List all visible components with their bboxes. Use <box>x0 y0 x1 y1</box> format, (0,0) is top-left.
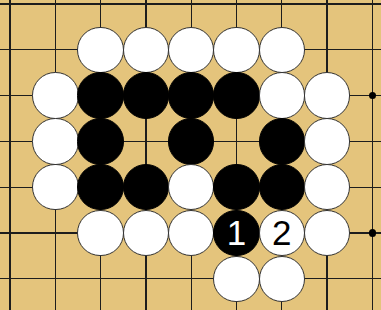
black-stone <box>77 164 124 211</box>
white-stone <box>123 210 170 257</box>
board-intersection <box>350 27 381 73</box>
board-intersection <box>259 0 304 27</box>
white-stone <box>213 256 260 303</box>
white-stone <box>123 27 170 74</box>
white-stone <box>168 164 215 211</box>
board-intersection <box>169 119 214 165</box>
board-intersection <box>350 73 381 119</box>
white-stone <box>259 27 306 74</box>
board-intersection <box>214 119 259 165</box>
board-intersection <box>259 27 304 73</box>
white-stone <box>32 118 79 165</box>
board-intersection <box>350 164 381 210</box>
white-stone <box>304 72 351 119</box>
board-intersection <box>123 27 168 73</box>
board-intersection <box>123 119 168 165</box>
board-intersection <box>304 164 349 210</box>
move-number-label: 2 <box>272 215 291 250</box>
board-intersection <box>0 119 33 165</box>
black-stone <box>168 72 215 119</box>
board-intersection <box>214 256 259 302</box>
move-number-label: 1 <box>227 215 246 250</box>
board-intersection <box>78 164 123 210</box>
board-intersection <box>214 0 259 27</box>
board-intersection <box>78 73 123 119</box>
board-intersection <box>123 73 168 119</box>
board-intersection <box>259 164 304 210</box>
board-intersection <box>259 73 304 119</box>
black-stone <box>213 72 260 119</box>
board-intersection <box>78 119 123 165</box>
board-intersection <box>169 27 214 73</box>
board-intersection <box>123 210 168 256</box>
board-intersection <box>304 210 349 256</box>
board-intersection <box>169 256 214 302</box>
white-stone <box>77 210 124 257</box>
white-stone <box>213 27 260 74</box>
board-intersection <box>123 0 168 27</box>
black-stone <box>123 164 170 211</box>
board-intersection <box>259 256 304 302</box>
board-intersection <box>78 210 123 256</box>
white-stone: 2 <box>259 210 306 257</box>
board-intersection <box>0 0 33 27</box>
black-stone <box>123 72 170 119</box>
board-intersection <box>33 210 78 256</box>
white-stone <box>259 72 306 119</box>
black-stone <box>213 164 260 211</box>
board-intersection <box>304 0 349 27</box>
board-intersection: 2 <box>259 210 304 256</box>
black-stone <box>259 118 306 165</box>
board-intersection <box>214 164 259 210</box>
black-stone <box>77 118 124 165</box>
board-intersection <box>169 164 214 210</box>
board-intersection <box>33 256 78 302</box>
go-board-diagram: 12 <box>0 0 381 310</box>
white-stone <box>32 164 79 211</box>
board-intersection <box>0 256 33 302</box>
board-intersection <box>169 210 214 256</box>
board-intersection <box>350 210 381 256</box>
board-intersection <box>350 256 381 302</box>
board-intersection <box>33 164 78 210</box>
black-stone: 1 <box>213 210 260 257</box>
board-intersection <box>123 256 168 302</box>
go-board: 12 <box>0 0 381 302</box>
board-intersection <box>78 27 123 73</box>
board-intersection <box>33 27 78 73</box>
board-intersection <box>304 27 349 73</box>
board-intersection <box>0 164 33 210</box>
white-stone <box>77 27 124 74</box>
board-intersection <box>78 256 123 302</box>
white-stone <box>168 27 215 74</box>
board-intersection <box>78 0 123 27</box>
board-intersection <box>259 119 304 165</box>
board-intersection <box>304 256 349 302</box>
board-intersection <box>169 73 214 119</box>
board-intersection <box>33 0 78 27</box>
board-intersection <box>0 27 33 73</box>
board-intersection <box>304 73 349 119</box>
board-intersection <box>123 164 168 210</box>
board-intersection <box>0 210 33 256</box>
black-stone <box>77 72 124 119</box>
board-intersection: 1 <box>214 210 259 256</box>
white-stone <box>304 164 351 211</box>
black-stone <box>168 118 215 165</box>
board-intersection <box>350 119 381 165</box>
white-stone <box>304 210 351 257</box>
board-intersection <box>350 0 381 27</box>
white-stone <box>304 118 351 165</box>
board-intersection <box>214 73 259 119</box>
board-intersection <box>33 73 78 119</box>
board-intersection <box>0 73 33 119</box>
white-stone <box>32 72 79 119</box>
board-intersection <box>33 119 78 165</box>
board-intersection <box>214 27 259 73</box>
board-intersection <box>304 119 349 165</box>
black-stone <box>259 164 306 211</box>
board-intersection <box>169 0 214 27</box>
white-stone <box>259 256 306 303</box>
white-stone <box>168 210 215 257</box>
